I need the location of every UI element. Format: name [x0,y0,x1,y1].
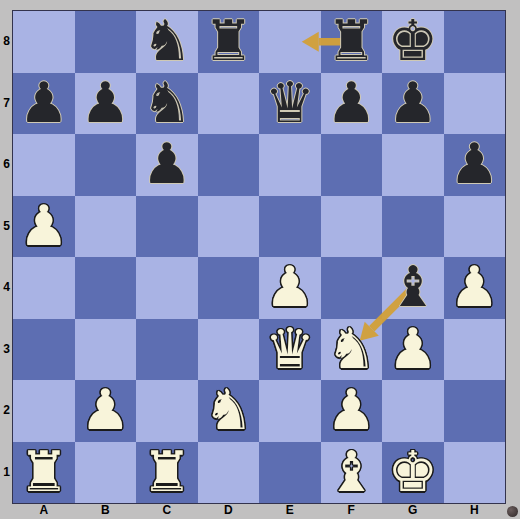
rank-label-5: 5 [0,196,13,258]
file-label-g: G [382,503,444,519]
square-e2[interactable] [259,380,321,442]
square-f2[interactable]: ♟ [321,380,383,442]
rank-label-7: 7 [0,73,13,135]
square-e7[interactable]: ♛ [259,73,321,135]
piece-white-knight[interactable]: ♞ [198,380,260,442]
square-b2[interactable]: ♟ [75,380,137,442]
square-b7[interactable]: ♟ [75,73,137,135]
square-d4[interactable] [198,257,260,319]
piece-black-knight[interactable]: ♞ [136,73,198,135]
file-label-h: H [444,503,506,519]
rank-label-4: 4 [0,257,13,319]
square-b1[interactable] [75,442,137,504]
file-label-b: B [75,503,137,519]
square-c6[interactable]: ♟ [136,134,198,196]
file-label-d: D [198,503,260,519]
square-b6[interactable] [75,134,137,196]
square-h3[interactable] [444,319,506,381]
square-d2[interactable]: ♞ [198,380,260,442]
square-c1[interactable]: ♜ [136,442,198,504]
file-label-e: E [259,503,321,519]
square-g7[interactable]: ♟ [382,73,444,135]
square-f8[interactable]: ♜ [321,11,383,73]
square-e3[interactable]: ♛ [259,319,321,381]
rank-label-6: 6 [0,134,13,196]
piece-black-queen[interactable]: ♛ [259,73,321,135]
file-label-f: F [321,503,383,519]
rank-label-8: 8 [0,11,13,73]
file-label-a: A [13,503,75,519]
square-g1[interactable]: ♚ [382,442,444,504]
piece-black-rook[interactable]: ♜ [198,11,260,73]
piece-white-rook[interactable]: ♜ [13,442,75,504]
piece-black-rook[interactable]: ♜ [321,11,383,73]
piece-white-pawn[interactable]: ♟ [444,257,506,319]
file-label-c: C [136,503,198,519]
square-d8[interactable]: ♜ [198,11,260,73]
piece-white-rook[interactable]: ♜ [136,442,198,504]
piece-black-pawn[interactable]: ♟ [321,73,383,135]
square-d6[interactable] [198,134,260,196]
square-a6[interactable] [13,134,75,196]
square-a7[interactable]: ♟ [13,73,75,135]
square-f4[interactable] [321,257,383,319]
chess-board-app: ♞♜♜♚♟♟♞♛♟♟♟♟♟♟♝♟♛♞♟♟♞♟♜♜♝♚ 87654321ABCDE… [0,0,520,519]
square-c5[interactable] [136,196,198,258]
square-f6[interactable] [321,134,383,196]
square-a5[interactable]: ♟ [13,196,75,258]
board: ♞♜♜♚♟♟♞♛♟♟♟♟♟♟♝♟♛♞♟♟♞♟♜♜♝♚ [13,11,505,503]
piece-white-queen[interactable]: ♛ [259,319,321,381]
square-b8[interactable] [75,11,137,73]
square-b4[interactable] [75,257,137,319]
square-f3[interactable]: ♞ [321,319,383,381]
square-h6[interactable]: ♟ [444,134,506,196]
square-a4[interactable] [13,257,75,319]
piece-black-pawn[interactable]: ♟ [444,134,506,196]
square-h7[interactable] [444,73,506,135]
piece-black-pawn[interactable]: ♟ [136,134,198,196]
square-g5[interactable] [382,196,444,258]
square-f5[interactable] [321,196,383,258]
piece-black-pawn[interactable]: ♟ [382,73,444,135]
square-h5[interactable] [444,196,506,258]
square-g2[interactable] [382,380,444,442]
square-e5[interactable] [259,196,321,258]
rank-label-1: 1 [0,442,13,504]
square-g8[interactable]: ♚ [382,11,444,73]
square-h2[interactable] [444,380,506,442]
square-e8[interactable] [259,11,321,73]
square-d5[interactable] [198,196,260,258]
square-d1[interactable] [198,442,260,504]
piece-white-pawn[interactable]: ♟ [259,257,321,319]
piece-black-king[interactable]: ♚ [382,11,444,73]
square-e4[interactable]: ♟ [259,257,321,319]
piece-black-pawn[interactable]: ♟ [13,73,75,135]
square-g4[interactable]: ♝ [382,257,444,319]
piece-white-pawn[interactable]: ♟ [75,380,137,442]
piece-white-king[interactable]: ♚ [382,442,444,504]
rank-label-3: 3 [0,319,13,381]
piece-white-knight[interactable]: ♞ [321,319,383,381]
square-a1[interactable]: ♜ [13,442,75,504]
square-e6[interactable] [259,134,321,196]
square-b3[interactable] [75,319,137,381]
square-g3[interactable]: ♟ [382,319,444,381]
square-f1[interactable]: ♝ [321,442,383,504]
square-g6[interactable] [382,134,444,196]
piece-white-pawn[interactable]: ♟ [382,319,444,381]
square-c7[interactable]: ♞ [136,73,198,135]
square-f7[interactable]: ♟ [321,73,383,135]
piece-white-pawn[interactable]: ♟ [13,196,75,258]
square-h4[interactable]: ♟ [444,257,506,319]
piece-black-knight[interactable]: ♞ [136,11,198,73]
square-a8[interactable] [13,11,75,73]
square-h1[interactable] [444,442,506,504]
piece-white-pawn[interactable]: ♟ [321,380,383,442]
square-c8[interactable]: ♞ [136,11,198,73]
square-d7[interactable] [198,73,260,135]
square-c2[interactable] [136,380,198,442]
square-c4[interactable] [136,257,198,319]
square-d3[interactable] [198,319,260,381]
square-b5[interactable] [75,196,137,258]
piece-white-bishop[interactable]: ♝ [321,442,383,504]
piece-black-pawn[interactable]: ♟ [75,73,137,135]
square-a2[interactable] [13,380,75,442]
piece-black-bishop[interactable]: ♝ [382,257,444,319]
square-e1[interactable] [259,442,321,504]
square-c3[interactable] [136,319,198,381]
status-dot [507,506,518,517]
square-h8[interactable] [444,11,506,73]
rank-label-2: 2 [0,380,13,442]
square-a3[interactable] [13,319,75,381]
